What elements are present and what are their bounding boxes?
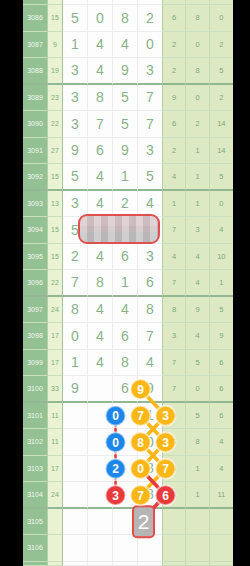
stat-cell: 8	[163, 297, 186, 324]
stat-cell	[163, 562, 186, 566]
digit-cell: 3	[138, 58, 163, 85]
stat-cell: 8	[186, 429, 209, 456]
digit-cell: 7	[138, 323, 163, 350]
digit-cell: 4	[88, 58, 113, 85]
stat-cell: 0	[210, 191, 233, 218]
sum-cell: 24	[48, 297, 63, 324]
stat-cell: 6	[163, 5, 186, 32]
chart-row: 3092155415415	[23, 164, 233, 191]
issue-cell: 3091	[23, 138, 48, 165]
issue-cell: 3102	[23, 429, 48, 456]
digit-cell: 1	[63, 32, 88, 59]
digit-cell	[63, 403, 88, 430]
chart-row: 30951524634410	[23, 244, 233, 271]
digit-cell: 9	[113, 58, 138, 85]
sum-cell: 17	[48, 456, 63, 483]
digit-cell: 2	[63, 244, 88, 271]
sum-cell: 33	[48, 376, 63, 403]
sum-cell	[48, 535, 63, 562]
chart-row: 3096227816741	[23, 270, 233, 297]
issue-cell: 3101	[23, 403, 48, 430]
stat-cell	[163, 535, 186, 562]
stat-cell: 4	[163, 244, 186, 271]
digit-cell: 7	[138, 111, 163, 138]
chart-row: 31042482111	[23, 482, 233, 509]
digit-cell: 6	[88, 138, 113, 165]
digit-cell	[63, 535, 88, 562]
digit-cell	[113, 429, 138, 456]
sum-cell	[48, 562, 63, 566]
stat-cell: 8	[186, 5, 209, 32]
stat-cell: 6	[210, 403, 233, 430]
sum-cell: 15	[48, 217, 63, 244]
chart-row: 3088193493285	[23, 58, 233, 85]
stat-cell: 4	[163, 429, 186, 456]
stat-cell: 5	[186, 403, 209, 430]
digit-cell	[63, 562, 88, 566]
digit-cell: 9	[113, 138, 138, 165]
digit-cell	[88, 562, 113, 566]
stat-cell	[210, 562, 233, 566]
digit-cell: 5	[113, 111, 138, 138]
issue-cell: 3089	[23, 85, 48, 112]
issue-cell: 3099	[23, 350, 48, 377]
stat-cell: 10	[210, 244, 233, 271]
digit-cell	[88, 535, 113, 562]
stat-cell: 4	[210, 429, 233, 456]
chart-row: 3089233857902	[23, 85, 233, 112]
digit-cell: 8	[113, 5, 138, 32]
stat-cell: 2	[163, 138, 186, 165]
digit-cell	[88, 482, 113, 509]
stat-cell: 2	[163, 32, 186, 59]
stat-cell	[210, 509, 233, 536]
stat-cell	[186, 509, 209, 536]
digit-cell: 4	[88, 297, 113, 324]
digit-cell	[138, 509, 163, 536]
chart-row: 308791440202	[23, 32, 233, 59]
digit-cell	[88, 456, 113, 483]
digit-cell	[113, 482, 138, 509]
chart-row: 3099171484756	[23, 350, 233, 377]
issue-cell: 3105	[23, 509, 48, 536]
digit-cell: 0	[138, 32, 163, 59]
digit-cell: 3	[63, 191, 88, 218]
digit-cell: 4	[88, 32, 113, 59]
digit-cell: 9	[63, 376, 88, 403]
digit-cell: 0	[138, 429, 163, 456]
digit-cell: 7	[138, 85, 163, 112]
stat-cell: 2	[186, 111, 209, 138]
issue-cell: 3106	[23, 535, 48, 562]
digit-cell: 8	[63, 297, 88, 324]
chart-row: 30902237576214	[23, 111, 233, 138]
stat-cell: 4	[210, 217, 233, 244]
sum-cell: 23	[48, 85, 63, 112]
digit-cell: 1	[113, 164, 138, 191]
stat-cell: 4	[186, 323, 209, 350]
issue-cell: 3103	[23, 456, 48, 483]
sum-cell: 11	[48, 403, 63, 430]
issue-cell: 3087	[23, 32, 48, 59]
chart-row: 3106	[23, 535, 233, 562]
digit-cell: 5	[63, 5, 88, 32]
digit-cell: 2	[138, 5, 163, 32]
issue-cell: 3096	[23, 270, 48, 297]
sum-cell: 27	[48, 138, 63, 165]
chart-row: 3105	[23, 509, 233, 536]
stat-cell: 1	[186, 164, 209, 191]
digit-cell: 6	[113, 323, 138, 350]
chart-row: 3102110484	[23, 429, 233, 456]
stat-cell: 5	[210, 164, 233, 191]
digit-cell	[138, 562, 163, 566]
stat-cell: 1	[210, 270, 233, 297]
stat-cell: 2	[163, 58, 186, 85]
issue-cell: 3098	[23, 323, 48, 350]
stat-cell: 7	[163, 217, 186, 244]
digit-cell: 3	[63, 111, 88, 138]
stat-cell: 5	[210, 297, 233, 324]
sum-cell	[48, 509, 63, 536]
digit-cell	[88, 429, 113, 456]
issue-cell: 3104	[23, 482, 48, 509]
stat-cell: 5	[210, 58, 233, 85]
stat-cell: 9	[163, 85, 186, 112]
stat-cell: 0	[186, 32, 209, 59]
stat-cell: 14	[210, 138, 233, 165]
lottery-trend-chart: 3086155082680308791440202308819349328530…	[0, 0, 250, 566]
issue-cell: 3088	[23, 58, 48, 85]
digit-cell	[138, 535, 163, 562]
digit-cell: 1	[63, 350, 88, 377]
stat-cell: 1	[186, 482, 209, 509]
sum-cell: 13	[48, 191, 63, 218]
chart-row: 3098170467349	[23, 323, 233, 350]
sum-cell: 15	[48, 244, 63, 271]
stat-cell: 6	[210, 376, 233, 403]
stat-cell: 9	[163, 403, 186, 430]
digit-cell: 6	[138, 270, 163, 297]
digit-cell: 4	[113, 32, 138, 59]
stat-cell: 4	[163, 164, 186, 191]
digit-cell: 6	[113, 376, 138, 403]
digit-cell: 8	[113, 350, 138, 377]
trend-table: 3086155082680308791440202308819349328530…	[23, 0, 233, 566]
sum-cell: 22	[48, 111, 63, 138]
stat-cell: 2	[210, 85, 233, 112]
digit-cell: 5	[113, 85, 138, 112]
stat-cell: 2	[210, 32, 233, 59]
digit-cell: 0	[88, 5, 113, 32]
issue-cell: 3097	[23, 297, 48, 324]
issue-cell: 3095	[23, 244, 48, 271]
digit-cell: 8	[138, 297, 163, 324]
stat-cell: 4	[186, 270, 209, 297]
stat-cell: 6	[163, 111, 186, 138]
digit-cell: 1	[138, 403, 163, 430]
digit-cell	[113, 456, 138, 483]
digit-cell	[63, 482, 88, 509]
stat-cell: 4	[186, 244, 209, 271]
stat-cell: 1	[163, 191, 186, 218]
stat-cell: 7	[163, 376, 186, 403]
stat-cell: 7	[163, 270, 186, 297]
digit-cell: 3	[63, 58, 88, 85]
sum-cell: 15	[48, 164, 63, 191]
digit-cell: 5	[138, 164, 163, 191]
digit-cell: 4	[88, 323, 113, 350]
stat-cell: 0	[186, 376, 209, 403]
digit-cell	[88, 509, 113, 536]
partial-row	[23, 562, 233, 566]
digit-cell	[113, 509, 138, 536]
digit-cell	[63, 429, 88, 456]
stat-cell: 5	[186, 350, 209, 377]
stat-cell	[163, 509, 186, 536]
sum-cell: 17	[48, 350, 63, 377]
digit-cell: 9	[138, 376, 163, 403]
chart-row: 310033969706	[23, 376, 233, 403]
stat-cell: 3	[163, 323, 186, 350]
digit-cell: 4	[88, 350, 113, 377]
stat-cell	[186, 562, 209, 566]
digit-cell: 4	[88, 164, 113, 191]
digit-cell: 5	[63, 164, 88, 191]
stat-cell: 8	[163, 456, 186, 483]
stat-cell: 4	[210, 456, 233, 483]
stat-cell: 8	[186, 58, 209, 85]
digit-cell: 1	[113, 270, 138, 297]
sum-cell: 19	[48, 58, 63, 85]
issue-cell: 3090	[23, 111, 48, 138]
digit-cell: 3	[63, 85, 88, 112]
digit-cell: 4	[88, 244, 113, 271]
stat-cell: 0	[186, 85, 209, 112]
digit-cell	[113, 562, 138, 566]
chart-row: 3103178814	[23, 456, 233, 483]
chart-row: 3097248448895	[23, 297, 233, 324]
stat-cell	[186, 535, 209, 562]
digit-cell	[63, 456, 88, 483]
digit-cell: 8	[88, 270, 113, 297]
issue-cell: 3094	[23, 217, 48, 244]
digit-cell: 3	[138, 138, 163, 165]
chart-row: 3101111956	[23, 403, 233, 430]
issue-cell: 3086	[23, 5, 48, 32]
stat-cell: 1	[186, 191, 209, 218]
issue-cell	[23, 562, 48, 566]
stat-cell: 0	[210, 5, 233, 32]
censored-overlay	[78, 214, 160, 244]
stat-cell: 7	[163, 350, 186, 377]
stat-cell: 1	[186, 456, 209, 483]
digit-cell: 4	[138, 350, 163, 377]
issue-cell: 3093	[23, 191, 48, 218]
sum-cell: 17	[48, 323, 63, 350]
sum-cell: 15	[48, 5, 63, 32]
digit-cell: 6	[113, 244, 138, 271]
stat-cell: 14	[210, 111, 233, 138]
digit-cell	[63, 509, 88, 536]
digit-cell	[88, 403, 113, 430]
digit-cell: 4	[113, 297, 138, 324]
sum-cell: 24	[48, 482, 63, 509]
digit-cell: 8	[138, 482, 163, 509]
sum-cell: 11	[48, 429, 63, 456]
digit-cell	[113, 403, 138, 430]
digit-cell: 7	[63, 270, 88, 297]
digit-cell	[88, 376, 113, 403]
chart-row: 3086155082680	[23, 5, 233, 32]
stat-cell: 9	[186, 297, 209, 324]
stat-cell: 9	[210, 323, 233, 350]
stat-cell: 1	[186, 138, 209, 165]
digit-cell: 8	[138, 456, 163, 483]
issue-cell: 3092	[23, 164, 48, 191]
stat-cell: 3	[186, 217, 209, 244]
sum-cell: 22	[48, 270, 63, 297]
stat-cell: 11	[210, 482, 233, 509]
chart-row: 30912796932114	[23, 138, 233, 165]
digit-cell	[113, 535, 138, 562]
digit-cell: 7	[88, 111, 113, 138]
digit-cell: 3	[138, 244, 163, 271]
stat-cell: 6	[210, 350, 233, 377]
stat-cell	[210, 535, 233, 562]
issue-cell: 3100	[23, 376, 48, 403]
stat-cell: 2	[163, 482, 186, 509]
digit-cell: 9	[63, 138, 88, 165]
sum-cell: 9	[48, 32, 63, 59]
digit-cell: 0	[63, 323, 88, 350]
digit-cell: 8	[88, 85, 113, 112]
